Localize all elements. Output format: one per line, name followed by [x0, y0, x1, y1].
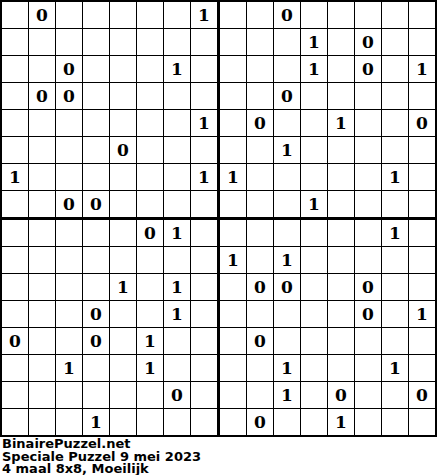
cell-r16c11-empty[interactable]	[274, 409, 301, 435]
cell-r6c11-given: 1	[274, 137, 301, 164]
cell-r6c6-empty[interactable]	[137, 137, 164, 164]
cell-r8c1-empty[interactable]	[2, 191, 29, 220]
cell-r8c9-empty[interactable]	[220, 191, 247, 220]
cell-r13c11-empty[interactable]	[274, 328, 301, 355]
cell-r11c16-empty[interactable]	[409, 274, 435, 301]
cell-r4c13-empty[interactable]	[328, 83, 355, 110]
cell-r7c8-given: 1	[191, 164, 220, 191]
cell-r14c11-given: 1	[274, 355, 301, 382]
cell-r2c3-empty[interactable]	[56, 29, 83, 56]
board-row-3: 01101	[2, 56, 435, 83]
cell-r3c2-empty[interactable]	[29, 56, 56, 83]
cell-r10c13-empty[interactable]	[328, 247, 355, 274]
cell-r10c1-empty[interactable]	[2, 247, 29, 274]
cell-r14c9-empty[interactable]	[220, 355, 247, 382]
cell-r10c5-empty[interactable]	[110, 247, 137, 274]
cell-r11c7-given: 1	[164, 274, 191, 301]
cell-r2c10-empty[interactable]	[247, 29, 274, 56]
cell-r11c14-given: 0	[355, 274, 382, 301]
cell-r9c13-empty[interactable]	[328, 220, 355, 247]
cell-r10c4-empty[interactable]	[83, 247, 110, 274]
cell-r15c8-empty[interactable]	[191, 382, 220, 409]
cell-r5c8-given: 1	[191, 110, 220, 137]
cell-r6c16-empty[interactable]	[409, 137, 435, 164]
cell-r4c12-empty[interactable]	[301, 83, 328, 110]
cell-r14c7-empty[interactable]	[164, 355, 191, 382]
board-row-7: 1111	[2, 164, 435, 191]
cell-r3c10-empty[interactable]	[247, 56, 274, 83]
board-row-8: 001	[2, 191, 435, 220]
cell-r8c3-given: 0	[56, 191, 83, 220]
cell-r2c6-empty[interactable]	[137, 29, 164, 56]
cell-r12c7-given: 1	[164, 301, 191, 328]
cell-r3c1-empty[interactable]	[2, 56, 29, 83]
cell-r5c10-given: 0	[247, 110, 274, 137]
cell-r11c9-empty[interactable]	[220, 274, 247, 301]
cell-r16c10-given: 0	[247, 409, 274, 435]
cell-r8c15-empty[interactable]	[382, 191, 409, 220]
cell-r16c14-empty[interactable]	[355, 409, 382, 435]
cell-r5c4-empty[interactable]	[83, 110, 110, 137]
cell-r7c15-given: 1	[382, 164, 409, 191]
cell-r16c7-empty[interactable]	[164, 409, 191, 435]
cell-r9c16-empty[interactable]	[409, 220, 435, 247]
cell-r16c13-given: 1	[328, 409, 355, 435]
cell-r4c7-empty[interactable]	[164, 83, 191, 110]
cell-r10c10-empty[interactable]	[247, 247, 274, 274]
cell-r14c14-empty[interactable]	[355, 355, 382, 382]
cell-r16c8-empty[interactable]	[191, 409, 220, 435]
board-row-4: 000	[2, 83, 435, 110]
cell-r12c5-empty[interactable]	[110, 301, 137, 328]
cell-r5c16-given: 0	[409, 110, 435, 137]
cell-r16c1-empty[interactable]	[2, 409, 29, 435]
cell-r2c9-empty[interactable]	[220, 29, 247, 56]
cell-r11c10-given: 0	[247, 274, 274, 301]
cell-r5c1-empty[interactable]	[2, 110, 29, 137]
cell-r5c12-empty[interactable]	[301, 110, 328, 137]
cell-r13c8-empty[interactable]	[191, 328, 220, 355]
cell-r1c6-empty[interactable]	[137, 2, 164, 29]
board-row-9: 011	[2, 220, 435, 247]
cell-r4c9-empty[interactable]	[220, 83, 247, 110]
cell-r8c7-empty[interactable]	[164, 191, 191, 220]
board-row-12: 0101	[2, 301, 435, 328]
cell-r4c3-given: 0	[56, 83, 83, 110]
cell-r15c2-empty[interactable]	[29, 382, 56, 409]
cell-r4c4-empty[interactable]	[83, 83, 110, 110]
cell-r1c8-given: 1	[191, 2, 220, 29]
cell-r11c12-empty[interactable]	[301, 274, 328, 301]
cell-r4c11-given: 0	[274, 83, 301, 110]
cell-r8c6-empty[interactable]	[137, 191, 164, 220]
cell-r9c14-empty[interactable]	[355, 220, 382, 247]
cell-r11c2-empty[interactable]	[29, 274, 56, 301]
cell-r1c12-empty[interactable]	[301, 2, 328, 29]
cell-r14c13-empty[interactable]	[328, 355, 355, 382]
board-row-1: 010	[2, 2, 435, 29]
cell-r2c8-empty[interactable]	[191, 29, 220, 56]
cell-r9c9-empty[interactable]	[220, 220, 247, 247]
board-row-6: 01	[2, 137, 435, 164]
cell-r7c3-empty[interactable]	[56, 164, 83, 191]
cell-r10c3-empty[interactable]	[56, 247, 83, 274]
cell-r7c4-empty[interactable]	[83, 164, 110, 191]
cell-r6c1-empty[interactable]	[2, 137, 29, 164]
cell-r2c14-given: 0	[355, 29, 382, 56]
cell-r12c3-empty[interactable]	[56, 301, 83, 328]
cell-r4c1-empty[interactable]	[2, 83, 29, 110]
cell-r8c2-empty[interactable]	[29, 191, 56, 220]
cell-r5c14-empty[interactable]	[355, 110, 382, 137]
cell-r1c2-given: 0	[29, 2, 56, 29]
cell-r13c16-empty[interactable]	[409, 328, 435, 355]
cell-r6c9-empty[interactable]	[220, 137, 247, 164]
cell-r3c5-empty[interactable]	[110, 56, 137, 83]
cell-r3c8-empty[interactable]	[191, 56, 220, 83]
cell-r4c15-empty[interactable]	[382, 83, 409, 110]
cell-r13c1-given: 0	[2, 328, 29, 355]
cell-r7c2-empty[interactable]	[29, 164, 56, 191]
cell-r11c15-empty[interactable]	[382, 274, 409, 301]
cell-r6c3-empty[interactable]	[56, 137, 83, 164]
cell-r6c14-empty[interactable]	[355, 137, 382, 164]
cell-r4c6-empty[interactable]	[137, 83, 164, 110]
cell-r6c5-given: 0	[110, 137, 137, 164]
cell-r15c7-given: 0	[164, 382, 191, 409]
cell-r5c15-empty[interactable]	[382, 110, 409, 137]
cell-r9c5-empty[interactable]	[110, 220, 137, 247]
cell-r12c9-empty[interactable]	[220, 301, 247, 328]
cell-r15c16-given: 0	[409, 382, 435, 409]
cell-r14c4-empty[interactable]	[83, 355, 110, 382]
cell-r3c4-empty[interactable]	[83, 56, 110, 83]
cell-r13c2-empty[interactable]	[29, 328, 56, 355]
cell-r13c14-empty[interactable]	[355, 328, 382, 355]
cell-r1c3-empty[interactable]	[56, 2, 83, 29]
cell-r4c16-empty[interactable]	[409, 83, 435, 110]
cell-r7c16-empty[interactable]	[409, 164, 435, 191]
cell-r5c9-empty[interactable]	[220, 110, 247, 137]
footer: BinairePuzzel.net Speciale Puzzel 9 mei …	[0, 437, 437, 475]
binary-puzzle-board: 0101001101000101001111100101111110000101…	[0, 0, 437, 437]
board-row-16: 101	[2, 409, 435, 435]
cell-r8c4-given: 0	[83, 191, 110, 220]
cell-r16c12-empty[interactable]	[301, 409, 328, 435]
cell-r7c7-empty[interactable]	[164, 164, 191, 191]
cell-r12c11-empty[interactable]	[274, 301, 301, 328]
cell-r10c16-empty[interactable]	[409, 247, 435, 274]
cell-r5c13-given: 1	[328, 110, 355, 137]
cell-r12c6-empty[interactable]	[137, 301, 164, 328]
cell-r10c8-empty[interactable]	[191, 247, 220, 274]
board-row-15: 0100	[2, 382, 435, 409]
cell-r16c2-empty[interactable]	[29, 409, 56, 435]
cell-r4c10-empty[interactable]	[247, 83, 274, 110]
cell-r13c10-given: 0	[247, 328, 274, 355]
cell-r12c12-empty[interactable]	[301, 301, 328, 328]
cell-r11c1-empty[interactable]	[2, 274, 29, 301]
cell-r14c3-given: 1	[56, 355, 83, 382]
cell-r14c16-empty[interactable]	[409, 355, 435, 382]
cell-r5c5-empty[interactable]	[110, 110, 137, 137]
cell-r2c5-empty[interactable]	[110, 29, 137, 56]
cell-r7c12-empty[interactable]	[301, 164, 328, 191]
cell-r15c13-given: 0	[328, 382, 355, 409]
cell-r2c13-empty[interactable]	[328, 29, 355, 56]
cell-r7c14-empty[interactable]	[355, 164, 382, 191]
cell-r15c4-empty[interactable]	[83, 382, 110, 409]
cell-r10c9-given: 1	[220, 247, 247, 274]
cell-r15c6-empty[interactable]	[137, 382, 164, 409]
cell-r7c6-empty[interactable]	[137, 164, 164, 191]
cell-r14c5-empty[interactable]	[110, 355, 137, 382]
cell-r15c1-empty[interactable]	[2, 382, 29, 409]
cell-r1c5-empty[interactable]	[110, 2, 137, 29]
cell-r2c2-empty[interactable]	[29, 29, 56, 56]
cell-r11c6-empty[interactable]	[137, 274, 164, 301]
cell-r1c10-empty[interactable]	[247, 2, 274, 29]
cell-r13c5-empty[interactable]	[110, 328, 137, 355]
cell-r11c5-given: 1	[110, 274, 137, 301]
cell-r4c14-empty[interactable]	[355, 83, 382, 110]
cell-r7c5-empty[interactable]	[110, 164, 137, 191]
cell-r12c15-empty[interactable]	[382, 301, 409, 328]
cell-r6c2-empty[interactable]	[29, 137, 56, 164]
cell-r2c11-empty[interactable]	[274, 29, 301, 56]
cell-r13c3-empty[interactable]	[56, 328, 83, 355]
cell-r3c16-given: 1	[409, 56, 435, 83]
cell-r16c6-empty[interactable]	[137, 409, 164, 435]
cell-r16c5-empty[interactable]	[110, 409, 137, 435]
cell-r8c8-empty[interactable]	[191, 191, 220, 220]
cell-r2c12-given: 1	[301, 29, 328, 56]
cell-r16c3-empty[interactable]	[56, 409, 83, 435]
cell-r6c13-empty[interactable]	[328, 137, 355, 164]
cell-r16c4-given: 1	[83, 409, 110, 435]
cell-r1c13-empty[interactable]	[328, 2, 355, 29]
cell-r13c12-empty[interactable]	[301, 328, 328, 355]
cell-r8c10-empty[interactable]	[247, 191, 274, 220]
cell-r15c3-empty[interactable]	[56, 382, 83, 409]
cell-r2c16-empty[interactable]	[409, 29, 435, 56]
cell-r2c1-empty[interactable]	[2, 29, 29, 56]
cell-r1c16-empty[interactable]	[409, 2, 435, 29]
cell-r14c1-empty[interactable]	[2, 355, 29, 382]
cell-r8c11-empty[interactable]	[274, 191, 301, 220]
cell-r3c9-empty[interactable]	[220, 56, 247, 83]
cell-r3c13-empty[interactable]	[328, 56, 355, 83]
cell-r8c5-empty[interactable]	[110, 191, 137, 220]
cell-r14c2-empty[interactable]	[29, 355, 56, 382]
cell-r13c6-given: 1	[137, 328, 164, 355]
cell-r5c3-empty[interactable]	[56, 110, 83, 137]
cell-r3c15-empty[interactable]	[382, 56, 409, 83]
cell-r12c16-given: 1	[409, 301, 435, 328]
cell-r10c15-empty[interactable]	[382, 247, 409, 274]
cell-r1c11-given: 0	[274, 2, 301, 29]
cell-r14c12-empty[interactable]	[301, 355, 328, 382]
board-row-10: 11	[2, 247, 435, 274]
cell-r3c11-empty[interactable]	[274, 56, 301, 83]
cell-r1c7-empty[interactable]	[164, 2, 191, 29]
cell-r4c8-empty[interactable]	[191, 83, 220, 110]
cell-r9c12-empty[interactable]	[301, 220, 328, 247]
cell-r11c13-empty[interactable]	[328, 274, 355, 301]
cell-r10c12-empty[interactable]	[301, 247, 328, 274]
cell-r1c9-empty[interactable]	[220, 2, 247, 29]
cell-r8c14-empty[interactable]	[355, 191, 382, 220]
cell-r1c14-empty[interactable]	[355, 2, 382, 29]
cell-r6c15-empty[interactable]	[382, 137, 409, 164]
cell-r3c7-given: 1	[164, 56, 191, 83]
cell-r13c4-given: 0	[83, 328, 110, 355]
cell-r4c2-given: 0	[29, 83, 56, 110]
cell-r12c8-empty[interactable]	[191, 301, 220, 328]
cell-r15c10-empty[interactable]	[247, 382, 274, 409]
cell-r15c9-empty[interactable]	[220, 382, 247, 409]
cell-r2c4-empty[interactable]	[83, 29, 110, 56]
cell-r15c11-given: 1	[274, 382, 301, 409]
cell-r7c13-empty[interactable]	[328, 164, 355, 191]
cell-r8c13-empty[interactable]	[328, 191, 355, 220]
cell-r1c1-empty[interactable]	[2, 2, 29, 29]
cell-r7c10-empty[interactable]	[247, 164, 274, 191]
cell-r3c12-given: 1	[301, 56, 328, 83]
cell-r9c1-empty[interactable]	[2, 220, 29, 247]
cell-r1c15-empty[interactable]	[382, 2, 409, 29]
cell-r1c4-empty[interactable]	[83, 2, 110, 29]
cell-r14c15-given: 1	[382, 355, 409, 382]
cell-r13c7-empty[interactable]	[164, 328, 191, 355]
cell-r8c12-given: 1	[301, 191, 328, 220]
cell-r9c15-given: 1	[382, 220, 409, 247]
cell-r9c11-empty[interactable]	[274, 220, 301, 247]
cell-r2c7-empty[interactable]	[164, 29, 191, 56]
cell-r5c2-empty[interactable]	[29, 110, 56, 137]
cell-r7c11-empty[interactable]	[274, 164, 301, 191]
cell-r9c10-empty[interactable]	[247, 220, 274, 247]
board-row-14: 1111	[2, 355, 435, 382]
cell-r15c5-empty[interactable]	[110, 382, 137, 409]
cell-r15c15-empty[interactable]	[382, 382, 409, 409]
board-row-11: 11000	[2, 274, 435, 301]
cell-r8c16-empty[interactable]	[409, 191, 435, 220]
cell-r6c8-empty[interactable]	[191, 137, 220, 164]
cell-r9c4-empty[interactable]	[83, 220, 110, 247]
cell-r12c1-empty[interactable]	[2, 301, 29, 328]
board-row-13: 0010	[2, 328, 435, 355]
cell-r5c6-empty[interactable]	[137, 110, 164, 137]
cell-r11c4-empty[interactable]	[83, 274, 110, 301]
cell-r7c9-given: 1	[220, 164, 247, 191]
cell-r16c15-empty[interactable]	[382, 409, 409, 435]
cell-r12c14-given: 0	[355, 301, 382, 328]
cell-r14c8-empty[interactable]	[191, 355, 220, 382]
cell-r9c6-given: 0	[137, 220, 164, 247]
cell-r10c2-empty[interactable]	[29, 247, 56, 274]
board-row-2: 10	[2, 29, 435, 56]
cell-r10c6-empty[interactable]	[137, 247, 164, 274]
cell-r7c1-given: 1	[2, 164, 29, 191]
cell-r15c14-empty[interactable]	[355, 382, 382, 409]
cell-r13c13-empty[interactable]	[328, 328, 355, 355]
cell-r10c14-empty[interactable]	[355, 247, 382, 274]
cell-r12c10-empty[interactable]	[247, 301, 274, 328]
cell-r6c4-empty[interactable]	[83, 137, 110, 164]
cell-r16c16-empty[interactable]	[409, 409, 435, 435]
cell-r3c6-empty[interactable]	[137, 56, 164, 83]
cell-r12c13-empty[interactable]	[328, 301, 355, 328]
cell-r15c12-empty[interactable]	[301, 382, 328, 409]
cell-r4c5-empty[interactable]	[110, 83, 137, 110]
cell-r3c14-given: 0	[355, 56, 382, 83]
cell-r5c11-empty[interactable]	[274, 110, 301, 137]
cell-r11c3-empty[interactable]	[56, 274, 83, 301]
cell-r6c7-empty[interactable]	[164, 137, 191, 164]
cell-r2c15-empty[interactable]	[382, 29, 409, 56]
cell-r6c10-empty[interactable]	[247, 137, 274, 164]
cell-r11c11-given: 0	[274, 274, 301, 301]
cell-r12c4-given: 0	[83, 301, 110, 328]
cell-r11c8-empty[interactable]	[191, 274, 220, 301]
cell-r9c8-empty[interactable]	[191, 220, 220, 247]
cell-r10c7-empty[interactable]	[164, 247, 191, 274]
footer-puzzle-info: 4 maal 8x8, Moeilijk	[2, 463, 437, 475]
cell-r14c10-empty[interactable]	[247, 355, 274, 382]
cell-r12c2-empty[interactable]	[29, 301, 56, 328]
cell-r14c6-given: 1	[137, 355, 164, 382]
cell-r13c15-empty[interactable]	[382, 328, 409, 355]
cell-r9c7-given: 1	[164, 220, 191, 247]
cell-r10c11-given: 1	[274, 247, 301, 274]
cell-r5c7-empty[interactable]	[164, 110, 191, 137]
cell-r9c3-empty[interactable]	[56, 220, 83, 247]
cell-r16c9-empty[interactable]	[220, 409, 247, 435]
cell-r6c12-empty[interactable]	[301, 137, 328, 164]
board-row-5: 1010	[2, 110, 435, 137]
cell-r9c2-empty[interactable]	[29, 220, 56, 247]
cell-r13c9-empty[interactable]	[220, 328, 247, 355]
cell-r3c3-given: 0	[56, 56, 83, 83]
